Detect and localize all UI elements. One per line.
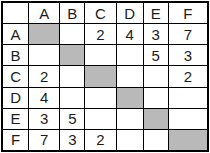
cell-F-D [117,130,143,150]
col-header-F: F [169,3,207,23]
cell-D-E [144,88,168,108]
cell-A-E: 3 [144,24,168,44]
cell-C-D [117,66,143,86]
cell-B-E: 5 [144,45,168,65]
cell-F-F [169,130,207,150]
distance-matrix: ABCDEFA2437B53C22D4E35F732 [1,1,209,152]
cell-E-D [117,109,143,129]
cell-C-F: 2 [169,66,207,86]
cell-C-C [85,66,115,86]
col-header-A: A [29,3,59,23]
row-header-C: C [3,66,28,86]
cell-E-F [169,109,207,129]
cell-A-D: 4 [117,24,143,44]
cell-F-E [144,130,168,150]
col-header-C: C [85,3,115,23]
row-header-A: A [3,24,28,44]
cell-F-B: 3 [60,130,84,150]
cell-A-C: 2 [85,24,115,44]
cell-D-F [169,88,207,108]
col-header-B: B [60,3,84,23]
col-header-D: D [117,3,143,23]
cell-B-A [29,45,59,65]
cell-D-A: 4 [29,88,59,108]
col-header-E: E [144,3,168,23]
cell-C-B [60,66,84,86]
cell-A-F: 7 [169,24,207,44]
row-header-D: D [3,88,28,108]
cell-D-B [60,88,84,108]
cell-A-A [29,24,59,44]
row-header-F: F [3,130,28,150]
cell-E-A: 3 [29,109,59,129]
cell-B-F: 3 [169,45,207,65]
row-header-B: B [3,45,28,65]
cell-E-B: 5 [60,109,84,129]
cell-E-C [85,109,115,129]
cell-F-C: 2 [85,130,115,150]
cell-B-C [85,45,115,65]
cell-E-E [144,109,168,129]
cell-B-D [117,45,143,65]
row-header-E: E [3,109,28,129]
cell-D-C [85,88,115,108]
cell-B-B [60,45,84,65]
cell-C-E [144,66,168,86]
corner-cell [3,3,28,23]
cell-A-B [60,24,84,44]
cell-D-D [117,88,143,108]
cell-F-A: 7 [29,130,59,150]
cell-C-A: 2 [29,66,59,86]
